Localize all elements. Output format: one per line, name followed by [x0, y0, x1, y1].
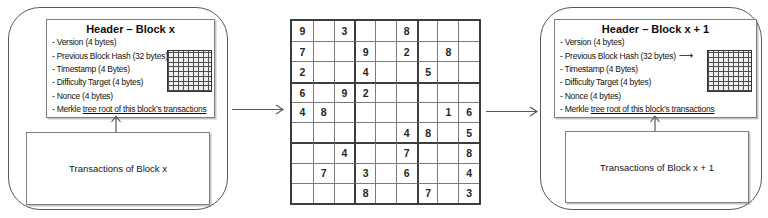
- sudoku-cell[interactable]: [375, 41, 396, 61]
- sudoku-cell[interactable]: [417, 21, 438, 41]
- sudoku-cell[interactable]: [417, 163, 438, 183]
- sudoku-cell[interactable]: [354, 142, 375, 162]
- sudoku-cell[interactable]: 4: [292, 102, 313, 122]
- sudoku-cell[interactable]: 3: [458, 183, 479, 203]
- sudoku-cell[interactable]: [313, 82, 334, 102]
- sudoku-cell[interactable]: [292, 142, 313, 162]
- header-title: Header – Block x + 1: [555, 23, 756, 35]
- sudoku-cell[interactable]: [292, 163, 313, 183]
- field-version: - Version (4 bytes): [560, 36, 756, 49]
- sudoku-cell[interactable]: 8: [354, 183, 375, 203]
- up-arrow-icon: [648, 115, 662, 132]
- field-version: - Version (4 bytes): [52, 36, 214, 49]
- sudoku-cell[interactable]: 2: [292, 61, 313, 81]
- sudoku-cell[interactable]: [458, 82, 479, 102]
- sudoku-cell[interactable]: [458, 21, 479, 41]
- sudoku-cell[interactable]: 8: [396, 21, 417, 41]
- sudoku-cell[interactable]: [437, 21, 458, 41]
- sudoku-cell[interactable]: [375, 122, 396, 142]
- sudoku-cell[interactable]: 2: [396, 41, 417, 61]
- hash-grid-icon: [167, 50, 212, 92]
- sudoku-cell[interactable]: 9: [334, 82, 355, 102]
- header-title: Header – Block x: [47, 23, 214, 35]
- right-arrow-icon: [485, 105, 541, 118]
- sudoku-cell[interactable]: [292, 183, 313, 203]
- sudoku-cell[interactable]: [417, 41, 438, 61]
- up-arrow-icon: [109, 115, 123, 132]
- sudoku-cell[interactable]: [458, 61, 479, 81]
- sudoku-cell[interactable]: [396, 82, 417, 102]
- sudoku-cell[interactable]: 1: [437, 102, 458, 122]
- sudoku-cell[interactable]: 9: [354, 41, 375, 61]
- sudoku-cell[interactable]: [437, 183, 458, 203]
- sudoku-cell[interactable]: [375, 82, 396, 102]
- sudoku-cell[interactable]: [334, 61, 355, 81]
- sudoku-cell[interactable]: 7: [313, 163, 334, 183]
- sudoku-cell[interactable]: [334, 41, 355, 61]
- sudoku-cell[interactable]: [417, 142, 438, 162]
- sudoku-cell[interactable]: 3: [334, 21, 355, 41]
- block-x: Header – Block x - Version (4 bytes) - P…: [8, 7, 228, 210]
- block-x-plus-1: Header – Block x + 1 - Version (4 bytes)…: [540, 7, 762, 210]
- sudoku-cell[interactable]: [354, 122, 375, 142]
- sudoku-cell[interactable]: 4: [354, 61, 375, 81]
- sudoku-cell[interactable]: 8: [313, 102, 334, 122]
- sudoku-cell[interactable]: 6: [458, 102, 479, 122]
- transactions-label: Transactions of Block x + 1: [600, 162, 714, 173]
- sudoku-cell[interactable]: 4: [396, 122, 417, 142]
- sudoku-cell[interactable]: 5: [417, 61, 438, 81]
- sudoku-cell[interactable]: [437, 82, 458, 102]
- sudoku-cell[interactable]: [334, 122, 355, 142]
- sudoku-cell[interactable]: [375, 163, 396, 183]
- hash-grid-icon: [707, 50, 752, 92]
- sudoku-cell[interactable]: [334, 102, 355, 122]
- blockchain-sudoku-diagram: Header – Block x - Version (4 bytes) - P…: [0, 0, 768, 218]
- sudoku-cell[interactable]: 8: [417, 122, 438, 142]
- sudoku-cell[interactable]: [313, 41, 334, 61]
- sudoku-cell[interactable]: 8: [458, 142, 479, 162]
- sudoku-cell[interactable]: 7: [292, 41, 313, 61]
- sudoku-cell[interactable]: [437, 122, 458, 142]
- sudoku-cell[interactable]: 7: [396, 142, 417, 162]
- block-x-transactions-box: Transactions of Block x: [26, 132, 210, 205]
- sudoku-cell[interactable]: 4: [334, 142, 355, 162]
- sudoku-cell[interactable]: [313, 61, 334, 81]
- block-x-header-box: Header – Block x - Version (4 bytes) - P…: [46, 19, 215, 118]
- right-arrow-icon: [231, 103, 287, 116]
- sudoku-cell[interactable]: [354, 102, 375, 122]
- sudoku-cell[interactable]: [334, 183, 355, 203]
- sudoku-cell[interactable]: [334, 163, 355, 183]
- sudoku-cell[interactable]: 5: [458, 122, 479, 142]
- sudoku-cell[interactable]: [313, 21, 334, 41]
- sudoku-cell[interactable]: [375, 102, 396, 122]
- sudoku-cell[interactable]: [458, 41, 479, 61]
- transactions-label: Transactions of Block x: [69, 163, 167, 174]
- sudoku-cell[interactable]: 2: [354, 82, 375, 102]
- sudoku-cell[interactable]: [375, 142, 396, 162]
- sudoku-cell[interactable]: [396, 102, 417, 122]
- block-x-plus-1-transactions-box: Transactions of Block x + 1: [565, 131, 749, 203]
- sudoku-cell[interactable]: 6: [396, 163, 417, 183]
- sudoku-cell[interactable]: [313, 183, 334, 203]
- sudoku-cell[interactable]: [417, 82, 438, 102]
- sudoku-cell[interactable]: [396, 183, 417, 203]
- sudoku-cell[interactable]: [292, 122, 313, 142]
- sudoku-cell[interactable]: 6: [292, 82, 313, 102]
- sudoku-cell[interactable]: 8: [437, 41, 458, 61]
- sudoku-grid: 938792824569248164854787364873: [290, 19, 481, 205]
- right-arrow-icon: ⟶: [679, 50, 693, 61]
- sudoku-cell[interactable]: [417, 102, 438, 122]
- sudoku-cell[interactable]: 3: [354, 163, 375, 183]
- sudoku-cell[interactable]: 9: [292, 21, 313, 41]
- block-x-plus-1-header-box: Header – Block x + 1 - Version (4 bytes)…: [554, 19, 757, 118]
- sudoku-cell[interactable]: [375, 61, 396, 81]
- sudoku-cell[interactable]: [437, 163, 458, 183]
- sudoku-cell[interactable]: [396, 61, 417, 81]
- field-merkle-root: - Merkle tree root of this block’s trans…: [52, 103, 214, 116]
- sudoku-cell[interactable]: [437, 61, 458, 81]
- sudoku-cell[interactable]: [437, 142, 458, 162]
- sudoku-cell[interactable]: [313, 142, 334, 162]
- sudoku-cell[interactable]: [354, 21, 375, 41]
- sudoku-cell[interactable]: [375, 21, 396, 41]
- sudoku-cell[interactable]: [313, 122, 334, 142]
- sudoku-cell[interactable]: 4: [458, 163, 479, 183]
- sudoku-cell[interactable]: 7: [417, 183, 438, 203]
- sudoku-cell[interactable]: [375, 183, 396, 203]
